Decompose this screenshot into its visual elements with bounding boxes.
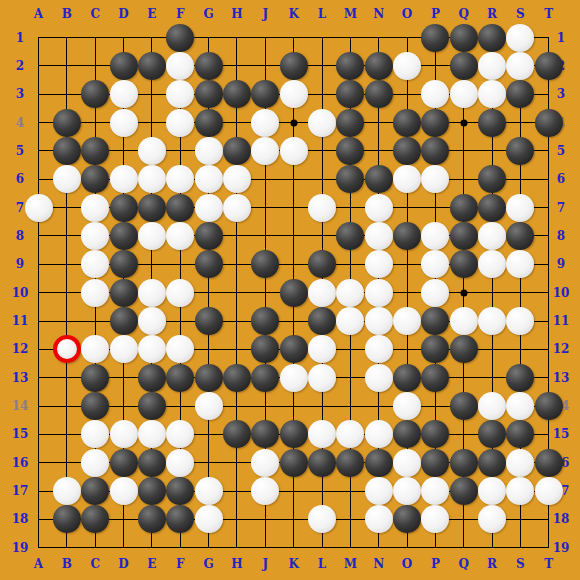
black-stone (138, 364, 166, 392)
white-stone (506, 477, 534, 505)
white-stone (450, 307, 478, 335)
white-stone (81, 449, 109, 477)
black-stone (223, 364, 251, 392)
black-stone (336, 137, 364, 165)
column-label-top: D (118, 7, 128, 21)
white-stone (365, 222, 393, 250)
black-stone (195, 250, 223, 278)
black-stone (336, 449, 364, 477)
white-stone (110, 80, 138, 108)
row-label-right: 7 (557, 201, 565, 215)
row-label-right: 12 (553, 342, 570, 356)
white-stone (365, 420, 393, 448)
black-stone (365, 52, 393, 80)
black-stone (81, 80, 109, 108)
black-stone (110, 52, 138, 80)
row-label-left: 1 (16, 31, 24, 45)
black-stone (450, 477, 478, 505)
column-label-top: F (176, 7, 185, 21)
black-stone (308, 307, 336, 335)
black-stone (336, 80, 364, 108)
white-stone (365, 505, 393, 533)
column-label-top: A (34, 7, 43, 21)
column-label-top: L (318, 7, 326, 21)
black-stone (81, 137, 109, 165)
white-stone (166, 109, 194, 137)
white-stone (81, 279, 109, 307)
white-stone (110, 477, 138, 505)
white-stone (53, 165, 81, 193)
row-label-right: 18 (553, 512, 570, 526)
white-stone (223, 165, 251, 193)
white-stone (365, 364, 393, 392)
row-label-right: 8 (557, 229, 565, 243)
white-stone (81, 335, 109, 363)
black-stone (280, 52, 308, 80)
row-label-left: 12 (12, 342, 29, 356)
white-stone (365, 477, 393, 505)
white-stone (138, 307, 166, 335)
black-stone (166, 194, 194, 222)
white-stone (478, 80, 506, 108)
black-stone (421, 109, 449, 137)
white-stone (251, 137, 279, 165)
black-stone (251, 420, 279, 448)
black-stone (280, 449, 308, 477)
white-stone (506, 24, 534, 52)
white-stone (223, 194, 251, 222)
white-stone (195, 477, 223, 505)
black-stone (450, 24, 478, 52)
black-stone (478, 24, 506, 52)
row-label-left: 16 (12, 456, 29, 470)
column-label-bottom: K (288, 557, 298, 571)
black-stone (110, 194, 138, 222)
row-label-right: 19 (553, 541, 570, 555)
black-stone (535, 392, 563, 420)
column-label-top: C (90, 7, 100, 21)
white-stone (138, 279, 166, 307)
row-label-right: 1 (557, 31, 565, 45)
black-stone (308, 250, 336, 278)
white-stone (308, 109, 336, 137)
white-stone (81, 420, 109, 448)
black-stone (195, 109, 223, 137)
column-label-top: B (62, 7, 72, 21)
row-label-left: 11 (12, 314, 29, 328)
column-label-top: N (373, 7, 384, 21)
black-stone (450, 335, 478, 363)
black-stone (195, 364, 223, 392)
white-stone (506, 449, 534, 477)
black-stone (110, 222, 138, 250)
row-label-left: 7 (16, 201, 24, 215)
black-stone (138, 505, 166, 533)
black-stone (336, 109, 364, 137)
last-move-marker (53, 335, 81, 363)
black-stone (478, 420, 506, 448)
column-label-top: G (203, 7, 213, 21)
black-stone (336, 52, 364, 80)
white-stone (421, 165, 449, 193)
black-stone (421, 335, 449, 363)
column-label-top: P (431, 7, 440, 21)
black-stone (393, 222, 421, 250)
white-stone (336, 420, 364, 448)
white-stone (110, 165, 138, 193)
black-stone (506, 137, 534, 165)
black-stone (195, 52, 223, 80)
white-stone (53, 477, 81, 505)
black-stone (280, 420, 308, 448)
grid-line-horizontal (38, 519, 549, 520)
white-stone (365, 335, 393, 363)
row-label-right: 10 (553, 286, 570, 300)
row-label-left: 3 (16, 87, 24, 101)
white-stone (393, 307, 421, 335)
white-stone (280, 80, 308, 108)
black-stone (450, 222, 478, 250)
white-stone (195, 194, 223, 222)
black-stone (81, 165, 109, 193)
white-stone (166, 80, 194, 108)
white-stone (251, 449, 279, 477)
black-stone (81, 364, 109, 392)
white-stone (506, 52, 534, 80)
white-stone (308, 279, 336, 307)
column-label-top: E (147, 7, 156, 21)
black-stone (450, 194, 478, 222)
white-stone (138, 420, 166, 448)
white-stone (195, 165, 223, 193)
black-stone (251, 250, 279, 278)
white-stone (393, 165, 421, 193)
column-label-bottom: L (318, 557, 326, 571)
black-stone (421, 137, 449, 165)
column-label-top: J (262, 7, 268, 21)
white-stone (251, 477, 279, 505)
black-stone (251, 80, 279, 108)
row-label-right: 15 (553, 427, 570, 441)
star-point (290, 119, 297, 126)
black-stone (110, 307, 138, 335)
white-stone (81, 250, 109, 278)
row-label-left: 10 (12, 286, 29, 300)
black-stone (393, 109, 421, 137)
white-stone (166, 449, 194, 477)
black-stone (81, 392, 109, 420)
white-stone (478, 307, 506, 335)
column-label-bottom: O (402, 557, 412, 571)
white-stone (138, 335, 166, 363)
white-stone (478, 250, 506, 278)
black-stone (336, 222, 364, 250)
white-stone (308, 420, 336, 448)
black-stone (365, 449, 393, 477)
black-stone (251, 335, 279, 363)
white-stone (166, 420, 194, 448)
go-board[interactable]: AABBCCDDEEFFGGHHJJKKLLMMNNOOPPQQRRSSTT11… (0, 0, 580, 580)
white-stone (195, 392, 223, 420)
black-stone (138, 52, 166, 80)
row-label-left: 14 (12, 399, 29, 413)
white-stone (308, 194, 336, 222)
black-stone (393, 137, 421, 165)
row-label-right: 11 (553, 314, 570, 328)
row-label-left: 15 (12, 427, 29, 441)
white-stone (166, 52, 194, 80)
black-stone (393, 364, 421, 392)
column-label-bottom: C (90, 557, 100, 571)
white-stone (506, 392, 534, 420)
white-stone (365, 250, 393, 278)
white-stone (166, 335, 194, 363)
row-label-left: 19 (12, 541, 29, 555)
white-stone (280, 137, 308, 165)
column-label-bottom: E (147, 557, 156, 571)
white-stone (365, 194, 393, 222)
star-point (460, 119, 467, 126)
black-stone (450, 449, 478, 477)
black-stone (535, 109, 563, 137)
white-stone (110, 109, 138, 137)
white-stone (421, 477, 449, 505)
black-stone (166, 24, 194, 52)
white-stone (421, 222, 449, 250)
white-stone (365, 279, 393, 307)
black-stone (478, 165, 506, 193)
column-label-bottom: G (203, 557, 213, 571)
column-label-bottom: M (344, 557, 357, 571)
white-stone (421, 505, 449, 533)
black-stone (450, 52, 478, 80)
row-label-left: 4 (16, 116, 24, 130)
column-label-top: T (544, 7, 553, 21)
white-stone (478, 477, 506, 505)
column-label-bottom: H (231, 557, 242, 571)
row-label-right: 6 (557, 172, 565, 186)
black-stone (450, 250, 478, 278)
white-stone (336, 307, 364, 335)
black-stone (138, 449, 166, 477)
white-stone (251, 109, 279, 137)
black-stone (138, 477, 166, 505)
column-label-bottom: T (544, 557, 553, 571)
white-stone (478, 222, 506, 250)
column-label-bottom: S (516, 557, 525, 571)
row-label-right: 5 (557, 144, 565, 158)
white-stone (365, 307, 393, 335)
black-stone (81, 505, 109, 533)
white-stone (450, 80, 478, 108)
column-label-bottom: A (34, 557, 43, 571)
white-stone (81, 222, 109, 250)
grid-line-horizontal (38, 547, 549, 548)
black-stone (535, 52, 563, 80)
black-stone (53, 109, 81, 137)
black-stone (166, 364, 194, 392)
star-point (460, 289, 467, 296)
black-stone (478, 109, 506, 137)
black-stone (195, 80, 223, 108)
column-label-top: Q (459, 7, 469, 21)
white-stone (478, 505, 506, 533)
row-label-right: 9 (557, 257, 565, 271)
column-label-top: R (487, 7, 497, 21)
white-stone (393, 477, 421, 505)
white-stone (393, 52, 421, 80)
column-label-bottom: F (176, 557, 185, 571)
black-stone (138, 392, 166, 420)
black-stone (535, 449, 563, 477)
black-stone (393, 420, 421, 448)
black-stone (223, 137, 251, 165)
black-stone (506, 420, 534, 448)
column-label-bottom: B (62, 557, 72, 571)
row-label-right: 3 (557, 87, 565, 101)
black-stone (195, 222, 223, 250)
black-stone (506, 222, 534, 250)
white-stone (421, 279, 449, 307)
black-stone (365, 80, 393, 108)
white-stone (166, 279, 194, 307)
row-label-right: 13 (553, 371, 570, 385)
black-stone (110, 449, 138, 477)
white-stone (138, 165, 166, 193)
black-stone (251, 364, 279, 392)
black-stone (53, 505, 81, 533)
row-label-left: 18 (12, 512, 29, 526)
black-stone (478, 194, 506, 222)
white-stone (393, 449, 421, 477)
white-stone (166, 165, 194, 193)
white-stone (308, 335, 336, 363)
column-label-top: M (344, 7, 357, 21)
black-stone (506, 80, 534, 108)
white-stone (308, 364, 336, 392)
white-stone (421, 80, 449, 108)
white-stone (421, 250, 449, 278)
black-stone (421, 449, 449, 477)
black-stone (421, 364, 449, 392)
row-label-left: 5 (16, 144, 24, 158)
column-label-bottom: N (373, 557, 384, 571)
black-stone (166, 505, 194, 533)
black-stone (421, 24, 449, 52)
white-stone (195, 505, 223, 533)
column-label-bottom: J (262, 557, 268, 571)
white-stone (81, 194, 109, 222)
black-stone (421, 307, 449, 335)
white-stone (478, 52, 506, 80)
white-stone (166, 222, 194, 250)
white-stone (110, 420, 138, 448)
column-label-top: O (402, 7, 412, 21)
black-stone (138, 194, 166, 222)
black-stone (506, 364, 534, 392)
white-stone (506, 194, 534, 222)
black-stone (251, 307, 279, 335)
row-label-left: 2 (16, 59, 24, 73)
black-stone (336, 165, 364, 193)
row-label-left: 13 (12, 371, 29, 385)
white-stone (195, 137, 223, 165)
white-stone (506, 307, 534, 335)
white-stone (308, 505, 336, 533)
black-stone (195, 307, 223, 335)
black-stone (280, 335, 308, 363)
white-stone (506, 250, 534, 278)
column-label-bottom: D (118, 557, 128, 571)
white-stone (280, 364, 308, 392)
black-stone (478, 449, 506, 477)
column-label-bottom: P (431, 557, 440, 571)
black-stone (393, 505, 421, 533)
black-stone (308, 449, 336, 477)
column-label-top: H (231, 7, 242, 21)
white-stone (110, 335, 138, 363)
black-stone (81, 477, 109, 505)
row-label-left: 17 (12, 484, 29, 498)
black-stone (223, 420, 251, 448)
white-stone (535, 477, 563, 505)
white-stone (336, 279, 364, 307)
column-label-bottom: Q (459, 557, 469, 571)
row-label-left: 6 (16, 172, 24, 186)
column-label-top: K (288, 7, 298, 21)
black-stone (223, 80, 251, 108)
white-stone (478, 392, 506, 420)
black-stone (53, 137, 81, 165)
row-label-left: 9 (16, 257, 24, 271)
black-stone (110, 250, 138, 278)
black-stone (365, 165, 393, 193)
black-stone (421, 420, 449, 448)
white-stone (138, 137, 166, 165)
white-stone (393, 392, 421, 420)
black-stone (280, 279, 308, 307)
white-stone (25, 194, 53, 222)
column-label-bottom: R (487, 557, 497, 571)
column-label-top: S (516, 7, 525, 21)
white-stone (138, 222, 166, 250)
row-label-left: 8 (16, 229, 24, 243)
black-stone (166, 477, 194, 505)
black-stone (110, 279, 138, 307)
black-stone (450, 392, 478, 420)
